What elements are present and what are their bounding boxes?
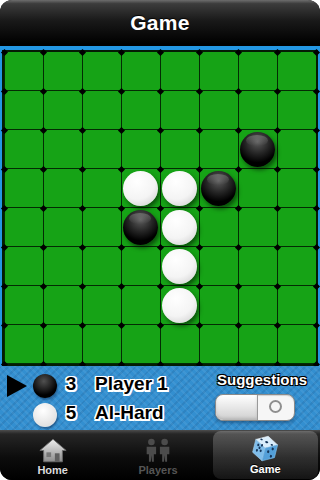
- board-cell[interactable]: [4, 52, 43, 91]
- black-disc: [123, 210, 158, 245]
- board-cell[interactable]: [238, 325, 277, 364]
- white-disc: [162, 288, 197, 323]
- score-panel: 3 5 Player 1 Al-Hard Suggestions: [0, 366, 320, 430]
- board-cell[interactable]: [199, 169, 238, 208]
- board-cell[interactable]: [277, 91, 316, 130]
- board-cell[interactable]: [277, 208, 316, 247]
- board-cell[interactable]: [199, 130, 238, 169]
- board-cell[interactable]: [4, 208, 43, 247]
- board-cell[interactable]: [43, 91, 82, 130]
- white-disc: [162, 249, 197, 284]
- tab-players[interactable]: Players: [105, 430, 210, 480]
- board-cell[interactable]: [121, 325, 160, 364]
- board-cell[interactable]: [121, 130, 160, 169]
- toggle-knob[interactable]: [216, 395, 258, 420]
- board-cell[interactable]: [4, 286, 43, 325]
- black-score-disc: [33, 374, 57, 398]
- board-cell[interactable]: [82, 130, 121, 169]
- board-cell[interactable]: [121, 208, 160, 247]
- white-disc: [162, 210, 197, 245]
- othello-board[interactable]: [4, 52, 316, 364]
- board-cell[interactable]: [121, 169, 160, 208]
- board-cell[interactable]: [43, 325, 82, 364]
- board-cell[interactable]: [121, 91, 160, 130]
- title-bar: Game: [0, 0, 320, 46]
- board-cell[interactable]: [160, 169, 199, 208]
- players-icon: [141, 436, 175, 464]
- board-cell[interactable]: [43, 169, 82, 208]
- board-cell[interactable]: [4, 247, 43, 286]
- board-cell[interactable]: [238, 130, 277, 169]
- board-cell[interactable]: [160, 52, 199, 91]
- board-cell[interactable]: [160, 91, 199, 130]
- turn-indicator-arrow: [7, 375, 27, 397]
- page-title: Game: [130, 11, 190, 35]
- board-cell[interactable]: [238, 169, 277, 208]
- black-score: 3: [58, 373, 84, 395]
- board-cell[interactable]: [4, 325, 43, 364]
- board-cell[interactable]: [43, 130, 82, 169]
- tab-bar: Home Players: [0, 430, 320, 480]
- board-cell[interactable]: [121, 286, 160, 325]
- board-cell[interactable]: [4, 130, 43, 169]
- home-icon: [38, 436, 68, 464]
- board-cell[interactable]: [160, 286, 199, 325]
- app-window: Game 3 5 Player 1 Al-Hard Suggestions: [0, 0, 320, 480]
- board-cell[interactable]: [199, 247, 238, 286]
- board-cell[interactable]: [82, 208, 121, 247]
- board-cell[interactable]: [4, 169, 43, 208]
- black-disc: [201, 171, 236, 206]
- black-disc: [240, 132, 275, 167]
- board-cell[interactable]: [82, 52, 121, 91]
- board-cell[interactable]: [199, 286, 238, 325]
- board-cell[interactable]: [43, 247, 82, 286]
- tab-home[interactable]: Home: [0, 430, 105, 480]
- toggle-off-ring-icon: [269, 400, 282, 413]
- tab-home-label: Home: [37, 464, 68, 476]
- board-cell[interactable]: [199, 208, 238, 247]
- black-player-name: Player 1: [95, 373, 168, 395]
- suggestions-toggle[interactable]: [215, 394, 295, 421]
- board-cell[interactable]: [199, 52, 238, 91]
- white-score-disc: [33, 403, 57, 427]
- board-cell[interactable]: [4, 91, 43, 130]
- board-cell[interactable]: [160, 247, 199, 286]
- board-frame: [0, 46, 320, 366]
- board-cell[interactable]: [238, 286, 277, 325]
- board-cell[interactable]: [43, 52, 82, 91]
- board-cell[interactable]: [82, 91, 121, 130]
- board-cell[interactable]: [277, 130, 316, 169]
- board-cell[interactable]: [160, 325, 199, 364]
- white-score: 5: [58, 402, 84, 424]
- board-cell[interactable]: [160, 130, 199, 169]
- board-cell[interactable]: [199, 91, 238, 130]
- board-cell[interactable]: [238, 52, 277, 91]
- board-cell[interactable]: [277, 52, 316, 91]
- board-cell[interactable]: [277, 247, 316, 286]
- board-cell[interactable]: [277, 286, 316, 325]
- board-cell[interactable]: [82, 247, 121, 286]
- board-cell[interactable]: [121, 52, 160, 91]
- board-cell[interactable]: [277, 325, 316, 364]
- board-cell[interactable]: [160, 208, 199, 247]
- board-cell[interactable]: [43, 286, 82, 325]
- board-cell[interactable]: [238, 208, 277, 247]
- board-cell[interactable]: [82, 286, 121, 325]
- board-cell[interactable]: [82, 169, 121, 208]
- board-cell[interactable]: [199, 325, 238, 364]
- white-player-name: Al-Hard: [95, 402, 164, 424]
- tab-players-label: Players: [138, 464, 177, 476]
- board-cell[interactable]: [238, 91, 277, 130]
- board-cell[interactable]: [277, 169, 316, 208]
- tab-game[interactable]: Game: [213, 431, 318, 479]
- suggestions-label: Suggestions: [217, 371, 307, 388]
- white-disc: [123, 171, 158, 206]
- board-cell[interactable]: [82, 325, 121, 364]
- dice-icon: [250, 435, 280, 463]
- white-disc: [162, 171, 197, 206]
- board-cell[interactable]: [43, 208, 82, 247]
- board-cell[interactable]: [121, 247, 160, 286]
- tab-game-label: Game: [250, 463, 281, 475]
- board-cell[interactable]: [238, 247, 277, 286]
